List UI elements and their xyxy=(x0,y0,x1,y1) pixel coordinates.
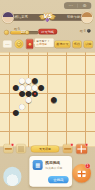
emoji-button[interactable]: ☺ xyxy=(15,40,24,49)
bean-progress-knob xyxy=(25,30,29,34)
activity-notification-dot xyxy=(85,143,88,146)
gift-ribbon-icon xyxy=(77,148,86,149)
promo-title: 残局挑战 xyxy=(45,160,60,165)
right-player-avatar xyxy=(81,11,93,23)
promo-subtitle: 闯关赢欢乐豆 xyxy=(45,166,62,170)
chest-button[interactable] xyxy=(3,144,13,153)
activity-gift-button[interactable] xyxy=(76,144,87,154)
vs-wing-left-icon xyxy=(39,15,42,18)
shop-band-icon xyxy=(64,148,71,150)
task-line-icon xyxy=(18,151,24,152)
board-cell[interactable] xyxy=(89,141,95,147)
chest-notification-dot xyxy=(11,143,14,146)
left-player-name: 棋坛新秀 xyxy=(15,15,28,19)
task-line-icon xyxy=(18,147,24,148)
vs-emblem: VS xyxy=(41,12,53,19)
right-player-wins: 胜·3 xyxy=(80,29,86,33)
task-line-icon xyxy=(18,149,24,150)
gomoku-board: ●●●●●●●●●●●●●●● xyxy=(0,52,95,147)
invite-friend-button[interactable]: 邀请好友 xyxy=(54,41,70,48)
left-player-avatar xyxy=(2,11,14,23)
red-packet-button[interactable] xyxy=(26,39,33,49)
chat-button[interactable]: … xyxy=(3,40,12,48)
last-move-marker xyxy=(34,92,36,94)
resign-button[interactable]: 认输 xyxy=(84,41,93,48)
more-icon[interactable]: ⋯ xyxy=(64,2,77,9)
coin-icon xyxy=(4,30,9,35)
tooltip-line2: 点我领豆 xyxy=(36,43,52,47)
floating-gift-button[interactable]: 1 xyxy=(72,164,91,183)
right-player-name: 初学乍练 xyxy=(67,15,80,19)
bean-tooltip: 豆不够了？ 点我领豆 xyxy=(35,38,54,47)
promo-board-icon: ▦ xyxy=(33,160,43,170)
close-icon[interactable]: ⊙ xyxy=(78,2,91,9)
vs-gem-icon xyxy=(45,18,49,22)
app-window: ⋯ ⊙ 棋坛新秀 初学乍练 VS 胜·5 4000 好友对战 xyxy=(0,0,95,190)
shop-button[interactable] xyxy=(63,144,73,153)
game-screen: ⋯ ⊙ 棋坛新秀 初学乍练 VS 胜·5 4000 好友对战 xyxy=(0,0,95,190)
mascot-icon xyxy=(3,167,21,186)
board-grid: ●●●●●●●●●●●●●●● xyxy=(0,52,95,147)
gift-badge: 1 xyxy=(85,163,90,168)
bean-progress-bar: 4000 xyxy=(10,31,38,34)
red-packet-seal-icon xyxy=(29,43,32,46)
chest-band-icon xyxy=(5,148,12,150)
promo-go-button[interactable]: 去挑战 xyxy=(48,176,69,183)
wechat-capsule: ⋯ ⊙ xyxy=(64,2,92,9)
undo-button[interactable]: 悔棋 xyxy=(72,41,81,48)
tasks-button[interactable] xyxy=(16,144,26,153)
black-stone-indicator-icon xyxy=(87,29,91,33)
vs-wing-right-icon xyxy=(53,15,56,18)
match-mode-badge: 好友对战 xyxy=(38,29,57,35)
promo-card[interactable]: ▦ 残局挑战 闯关赢欢乐豆 去挑战 xyxy=(29,156,72,187)
bean-banner-button[interactable]: 天天领豆 xyxy=(31,145,60,152)
gift-ribbon-icon xyxy=(78,173,86,174)
shop-notification-dot xyxy=(70,143,73,146)
